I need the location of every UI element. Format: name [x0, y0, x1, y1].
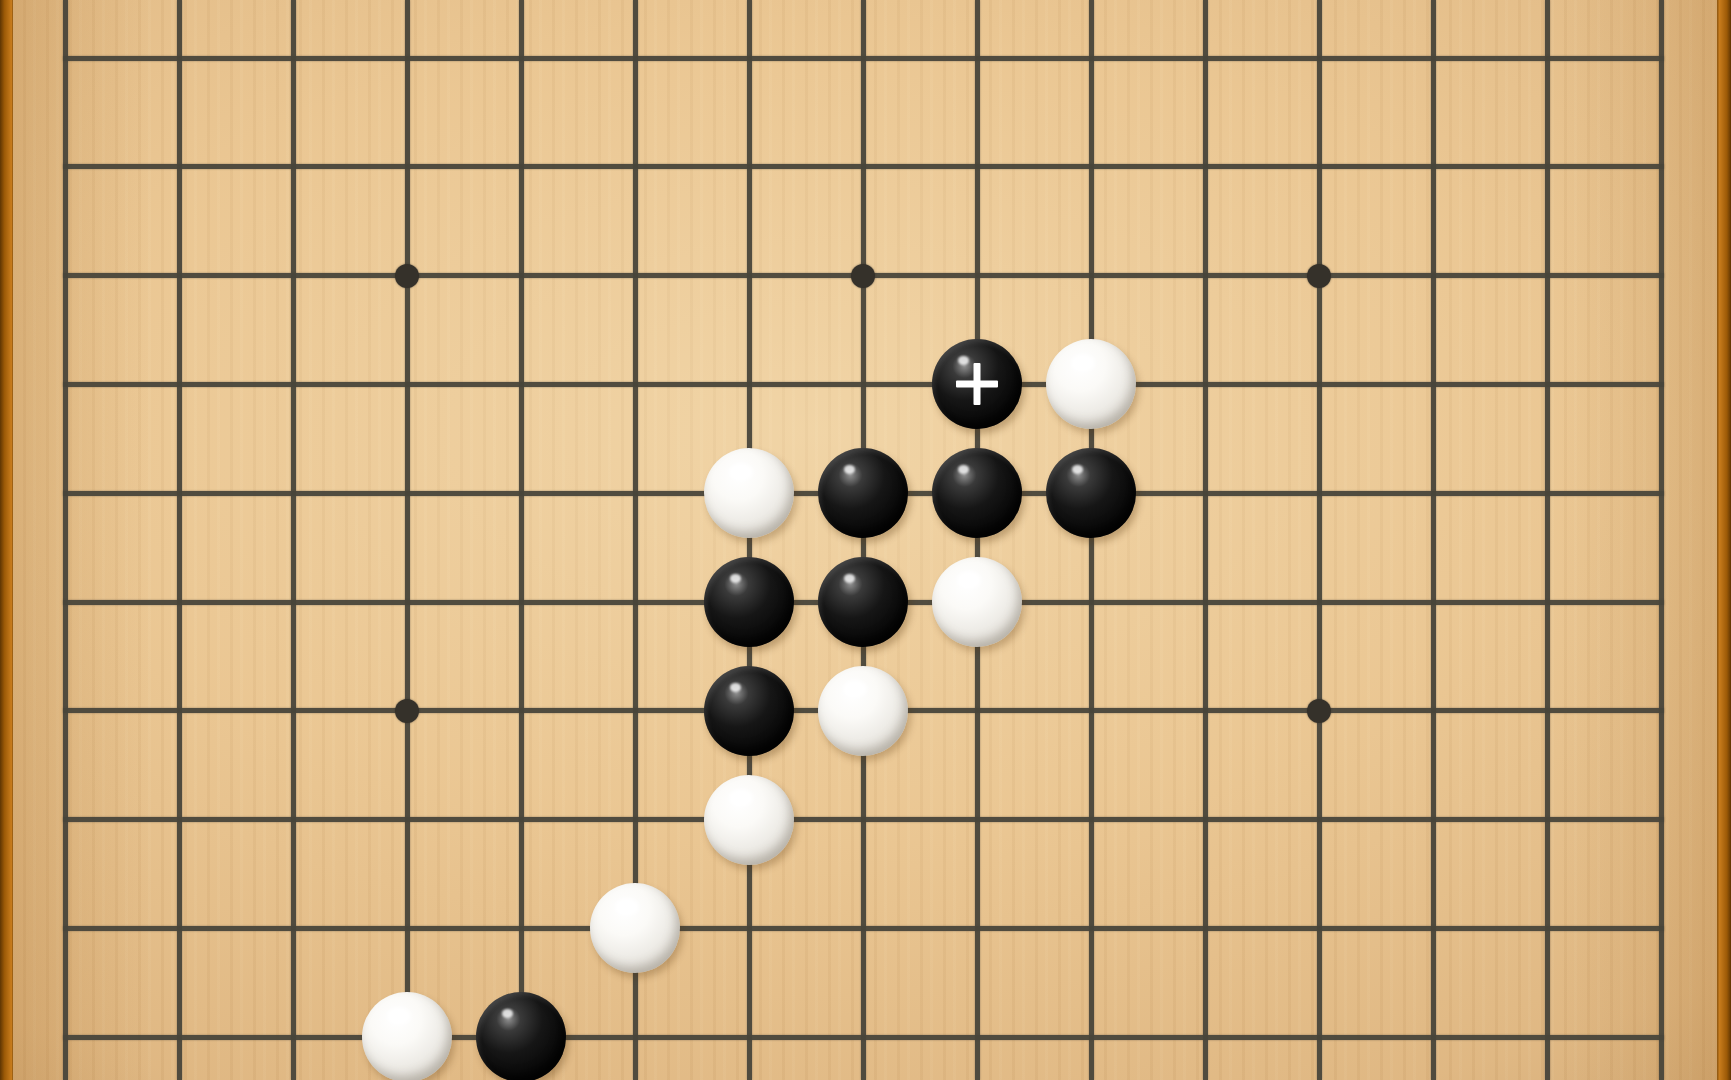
grid-line-vertical [1089, 0, 1094, 1080]
grid-line-vertical [1659, 0, 1664, 1080]
black-stone-r9-c4 [476, 992, 566, 1080]
star-point [395, 699, 419, 723]
grid-line-horizontal [63, 164, 1664, 169]
grid-line-horizontal [63, 56, 1664, 61]
grid-line-vertical [291, 0, 296, 1080]
last-move-marker [956, 363, 998, 405]
black-stone-r4-c9 [1046, 448, 1136, 538]
white-stone-r5-c8 [932, 557, 1022, 647]
star-point [851, 264, 875, 288]
white-stone-r4-c6 [704, 448, 794, 538]
white-stone-r7-c6 [704, 775, 794, 865]
board-left-edge [0, 0, 13, 1080]
grid-line-vertical [861, 0, 866, 1080]
grid-line-vertical [405, 0, 410, 1080]
white-stone-r6-c7 [818, 666, 908, 756]
grid-line-vertical [975, 0, 980, 1080]
goban[interactable] [0, 0, 1731, 1080]
grid-line-vertical [177, 0, 182, 1080]
grid-line-vertical [1545, 0, 1550, 1080]
black-stone-r4-c7 [818, 448, 908, 538]
grid-line-horizontal [63, 817, 1664, 822]
black-stone-r5-c7 [818, 557, 908, 647]
black-stone-r5-c6 [704, 557, 794, 647]
board-right-edge [1717, 0, 1731, 1080]
star-point [1307, 264, 1331, 288]
white-stone-r3-c9 [1046, 339, 1136, 429]
black-stone-r4-c8 [932, 448, 1022, 538]
grid-line-vertical [63, 0, 68, 1080]
star-point [395, 264, 419, 288]
black-stone-r6-c6 [704, 666, 794, 756]
grid-line-horizontal [63, 926, 1664, 931]
gomoku-screenshot [0, 0, 1731, 1080]
white-stone-r8-c5 [590, 883, 680, 973]
grid-line-vertical [1317, 0, 1322, 1080]
grid-line-vertical [1203, 0, 1208, 1080]
grid-line-vertical [1431, 0, 1436, 1080]
black-stone-r3-c8 [932, 339, 1022, 429]
white-stone-r9-c3 [362, 992, 452, 1080]
grid-line-horizontal [63, 382, 1664, 387]
grid-line-vertical [747, 0, 752, 1080]
grid-line-horizontal [63, 1035, 1664, 1040]
star-point [1307, 699, 1331, 723]
grid-line-vertical [519, 0, 524, 1080]
